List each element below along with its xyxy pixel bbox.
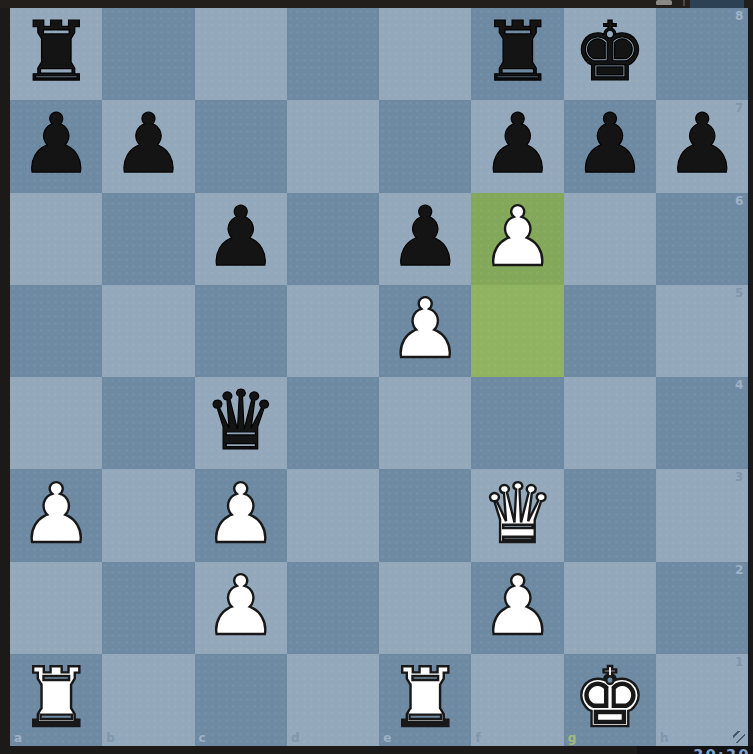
- square-b6[interactable]: [102, 193, 194, 285]
- black-pawn[interactable]: ♟: [19, 103, 93, 185]
- square-b1[interactable]: b: [102, 654, 194, 746]
- white-pawn[interactable]: ♟: [389, 288, 463, 370]
- square-h4[interactable]: 4: [656, 377, 748, 469]
- square-e2[interactable]: [379, 562, 471, 654]
- square-e4[interactable]: [379, 377, 471, 469]
- square-h5[interactable]: 5: [656, 285, 748, 377]
- square-d1[interactable]: d: [287, 654, 379, 746]
- file-label-d: d: [291, 732, 300, 744]
- square-c1[interactable]: c: [195, 654, 287, 746]
- toolbar-button-icon[interactable]: [656, 0, 672, 5]
- square-d7[interactable]: [287, 100, 379, 192]
- rank-label-2: 2: [735, 564, 743, 576]
- rank-label-5: 5: [735, 287, 743, 299]
- square-c2[interactable]: ♟: [195, 562, 287, 654]
- black-pawn[interactable]: ♟: [389, 196, 463, 278]
- square-e1[interactable]: ♜e: [379, 654, 471, 746]
- square-d5[interactable]: [287, 285, 379, 377]
- square-a7[interactable]: ♟: [10, 100, 102, 192]
- square-c5[interactable]: [195, 285, 287, 377]
- square-h1[interactable]: 1h: [656, 654, 748, 746]
- black-pawn[interactable]: ♟: [665, 103, 739, 185]
- toolbar-accent-segment: [690, 0, 744, 8]
- black-pawn[interactable]: ♟: [481, 103, 555, 185]
- square-g5[interactable]: [564, 285, 656, 377]
- square-g1[interactable]: ♚g: [564, 654, 656, 746]
- square-g2[interactable]: [564, 562, 656, 654]
- square-e8[interactable]: [379, 8, 471, 100]
- file-label-c: c: [199, 732, 206, 744]
- square-g8[interactable]: ♚: [564, 8, 656, 100]
- square-d6[interactable]: [287, 193, 379, 285]
- square-d4[interactable]: [287, 377, 379, 469]
- square-d8[interactable]: [287, 8, 379, 100]
- toolbar-divider: [683, 0, 685, 6]
- square-c3[interactable]: ♟: [195, 469, 287, 561]
- black-rook[interactable]: ♜: [481, 11, 555, 93]
- white-pawn[interactable]: ♟: [481, 196, 555, 278]
- file-label-h: h: [660, 732, 669, 744]
- square-b8[interactable]: [102, 8, 194, 100]
- square-h2[interactable]: 2: [656, 562, 748, 654]
- square-c8[interactable]: [195, 8, 287, 100]
- square-h8[interactable]: 8: [656, 8, 748, 100]
- square-g7[interactable]: ♟: [564, 100, 656, 192]
- square-c6[interactable]: ♟: [195, 193, 287, 285]
- square-g4[interactable]: [564, 377, 656, 469]
- file-label-a: a: [14, 732, 22, 744]
- square-c7[interactable]: [195, 100, 287, 192]
- white-pawn[interactable]: ♟: [19, 473, 93, 555]
- white-pawn[interactable]: ♟: [204, 565, 278, 647]
- file-label-f: f: [475, 732, 480, 744]
- square-h6[interactable]: 6: [656, 193, 748, 285]
- square-g6[interactable]: [564, 193, 656, 285]
- square-f6[interactable]: ♟: [471, 193, 563, 285]
- square-b3[interactable]: [102, 469, 194, 561]
- square-d2[interactable]: [287, 562, 379, 654]
- square-f3[interactable]: ♛: [471, 469, 563, 561]
- square-f7[interactable]: ♟: [471, 100, 563, 192]
- black-rook[interactable]: ♜: [19, 11, 93, 93]
- white-queen[interactable]: ♛: [481, 473, 555, 555]
- square-b5[interactable]: [102, 285, 194, 377]
- square-f2[interactable]: ♟: [471, 562, 563, 654]
- white-pawn[interactable]: ♟: [204, 473, 278, 555]
- white-rook[interactable]: ♜: [19, 657, 93, 739]
- board-resize-handle-icon[interactable]: [733, 731, 745, 743]
- square-e3[interactable]: [379, 469, 471, 561]
- white-king[interactable]: ♚: [573, 657, 647, 739]
- square-a1[interactable]: ♜a: [10, 654, 102, 746]
- black-pawn[interactable]: ♟: [112, 103, 186, 185]
- chess-board[interactable]: ♜♜♚8♟♟♟♟♟7♟♟♟6♟5♛4♟♟♛3♟♟2♜abcd♜ef♚g1h: [10, 8, 748, 746]
- black-queen[interactable]: ♛: [204, 380, 278, 462]
- square-e7[interactable]: [379, 100, 471, 192]
- square-f8[interactable]: ♜: [471, 8, 563, 100]
- square-d3[interactable]: [287, 469, 379, 561]
- square-a2[interactable]: [10, 562, 102, 654]
- square-b2[interactable]: [102, 562, 194, 654]
- square-a5[interactable]: [10, 285, 102, 377]
- black-king[interactable]: ♚: [573, 11, 647, 93]
- rank-label-1: 1: [735, 656, 743, 668]
- square-c4[interactable]: ♛: [195, 377, 287, 469]
- file-label-e: e: [383, 732, 391, 744]
- square-a3[interactable]: ♟: [10, 469, 102, 561]
- black-pawn[interactable]: ♟: [204, 196, 278, 278]
- white-pawn[interactable]: ♟: [481, 565, 555, 647]
- clock-panel: 30:30: [637, 746, 753, 754]
- square-e6[interactable]: ♟: [379, 193, 471, 285]
- square-a8[interactable]: ♜: [10, 8, 102, 100]
- rank-label-6: 6: [735, 195, 743, 207]
- file-label-g: g: [568, 732, 577, 744]
- file-label-b: b: [106, 732, 115, 744]
- black-pawn[interactable]: ♟: [573, 103, 647, 185]
- rank-label-3: 3: [735, 471, 743, 483]
- rank-label-8: 8: [735, 10, 743, 22]
- square-h3[interactable]: 3: [656, 469, 748, 561]
- square-b4[interactable]: [102, 377, 194, 469]
- square-e5[interactable]: ♟: [379, 285, 471, 377]
- square-a4[interactable]: [10, 377, 102, 469]
- square-f5[interactable]: [471, 285, 563, 377]
- square-f1[interactable]: f: [471, 654, 563, 746]
- rank-label-4: 4: [735, 379, 743, 391]
- clock-time: 30:30: [693, 748, 751, 754]
- white-rook[interactable]: ♜: [389, 657, 463, 739]
- rank-label-7: 7: [735, 102, 743, 114]
- square-f4[interactable]: [471, 377, 563, 469]
- square-b7[interactable]: ♟: [102, 100, 194, 192]
- square-h7[interactable]: ♟7: [656, 100, 748, 192]
- square-a6[interactable]: [10, 193, 102, 285]
- square-g3[interactable]: [564, 469, 656, 561]
